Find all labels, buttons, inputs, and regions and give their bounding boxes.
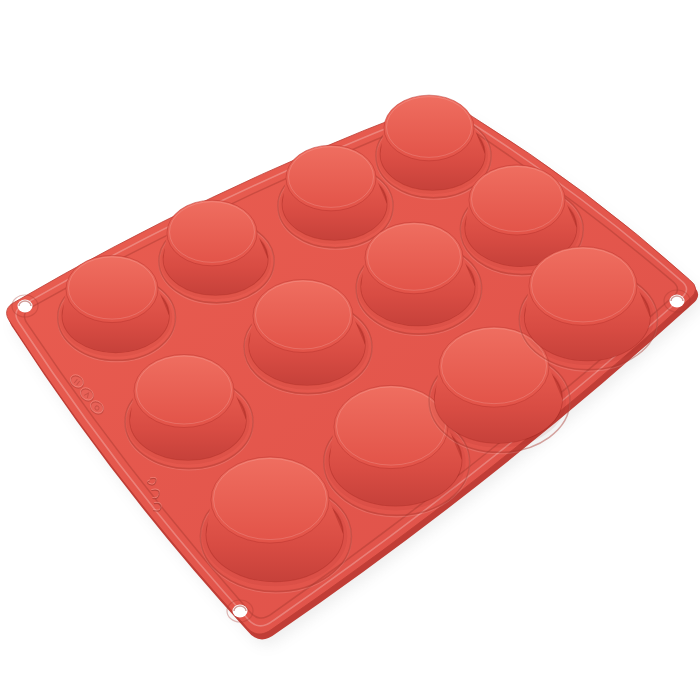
cup-top-face bbox=[253, 280, 353, 353]
cup-top-face bbox=[469, 165, 565, 235]
cup-top-face bbox=[334, 385, 448, 468]
cup-top-face bbox=[211, 457, 329, 543]
muffin-mold-photo-canvas bbox=[0, 0, 700, 700]
cup-top-face bbox=[167, 200, 257, 266]
cup-top-face bbox=[134, 355, 234, 428]
cup-top-face bbox=[66, 255, 158, 322]
cup-top-face bbox=[286, 145, 376, 211]
product-photo bbox=[0, 0, 700, 700]
cup-top-face bbox=[529, 247, 637, 326]
cup-top-face bbox=[384, 95, 474, 161]
cup-top-face bbox=[365, 222, 463, 294]
mold bbox=[7, 95, 700, 645]
